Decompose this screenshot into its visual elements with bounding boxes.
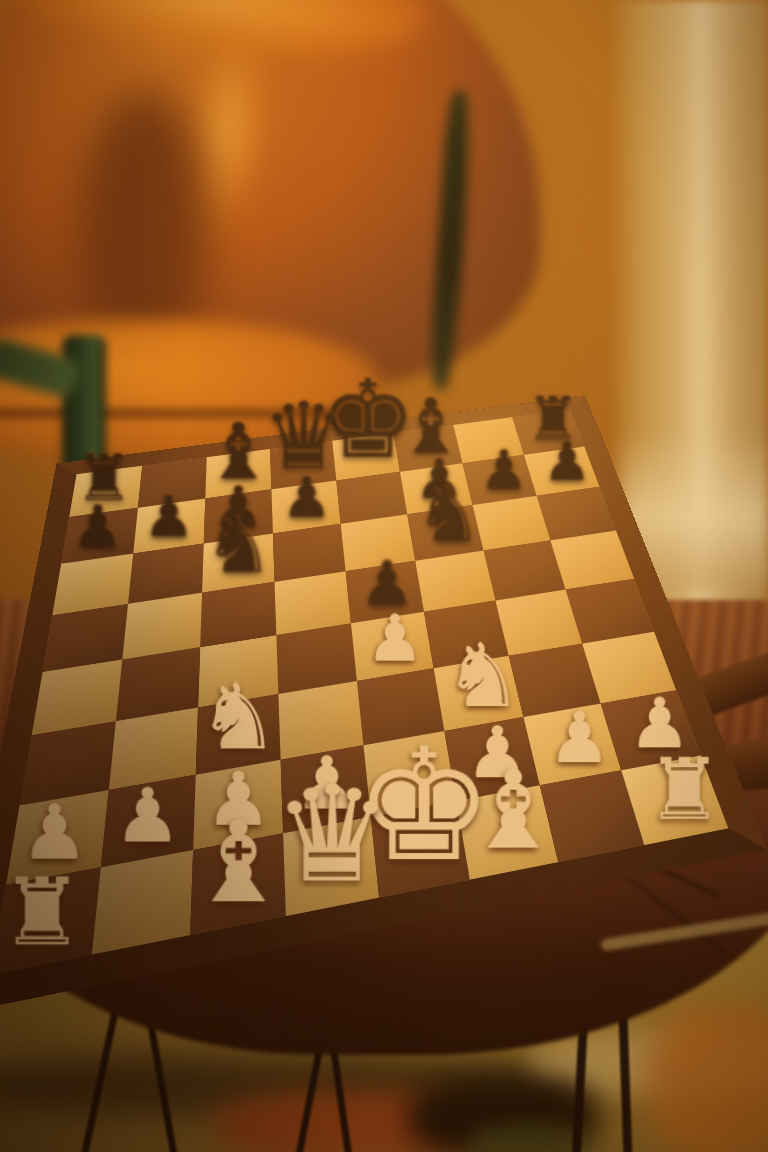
square-h4 — [565, 579, 654, 644]
square-d1: ♛ — [283, 817, 379, 916]
square-f6: ♞ — [407, 505, 483, 561]
white-rook-h1: ♜ — [647, 747, 723, 832]
square-b6 — [128, 543, 204, 603]
square-h7: ♟ — [524, 447, 599, 496]
square-b1 — [92, 850, 193, 955]
chessboard: ♜♝♛♚♝♜♟♟♟♟♟♟♟♞♞♟♟♞♞♟♟♟♟♟♟♟♜♝♛♚♝♜ — [0, 395, 767, 1015]
black-pawn-b7: ♟ — [143, 488, 194, 545]
white-pawn-b2: ♟ — [114, 779, 181, 854]
square-c6: ♞ — [202, 533, 275, 592]
black-pawn-g7: ♟ — [479, 443, 528, 498]
square-d4 — [276, 623, 357, 694]
square-a4 — [32, 659, 122, 735]
square-c1: ♝ — [190, 833, 286, 935]
square-b5 — [122, 593, 202, 660]
photo-scene: ♜♝♛♚♝♜♟♟♟♟♟♟♟♞♞♟♟♞♞♟♟♟♟♟♟♟♜♝♛♚♝♜ — [0, 0, 768, 1152]
chessboard-scene: ♜♝♛♚♝♜♟♟♟♟♟♟♟♞♞♟♟♞♞♟♟♟♟♟♟♟♜♝♛♚♝♜ — [0, 270, 768, 1070]
square-h1: ♜ — [621, 755, 728, 845]
white-pawn-e4: ♟ — [366, 607, 424, 671]
square-e4: ♟ — [351, 612, 434, 681]
black-pawn-h7: ♟ — [543, 435, 592, 489]
black-knight-f6: ♞ — [415, 477, 483, 553]
white-queen-d1: ♛ — [273, 768, 392, 901]
square-d5 — [275, 571, 351, 635]
white-knight-f3: ♞ — [444, 632, 523, 720]
black-knight-c6: ♞ — [203, 506, 273, 584]
black-pawn-d7: ♟ — [282, 470, 332, 526]
black-pawn-a7: ♟ — [72, 498, 124, 556]
square-d7: ♟ — [271, 480, 340, 533]
white-bishop-c1: ♝ — [188, 807, 289, 920]
square-b7: ♟ — [133, 498, 205, 553]
white-knight-c3: ♞ — [197, 672, 279, 763]
square-a1: ♜ — [0, 867, 101, 974]
white-rook-a1: ♜ — [0, 865, 84, 958]
